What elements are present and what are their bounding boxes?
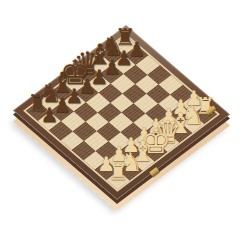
board-grid: ♜♟♟♜♞♟♟♞♝♟♟♝♛♟♟♛♚♟♟♚♝♟♟♝♞♟♟♞♜♟♟♜ <box>26 36 217 190</box>
chess-set-photo: ♜♟♟♜♞♟♟♞♝♟♟♝♛♟♟♛♚♟♟♚♝♟♟♝♞♟♟♞♜♟♟♜ <box>0 0 241 230</box>
piece-black-rook-a8: ♜ <box>115 26 136 49</box>
chess-board: ♜♟♟♜♞♟♟♞♝♟♟♝♛♟♟♛♚♟♟♚♝♟♟♝♞♟♟♞♜♟♟♜ <box>13 25 230 200</box>
board-border-line: ♜♟♟♜♞♟♟♞♝♟♟♝♛♟♟♛♚♟♟♚♝♟♟♝♞♟♟♞♜♟♟♜ <box>23 33 220 192</box>
